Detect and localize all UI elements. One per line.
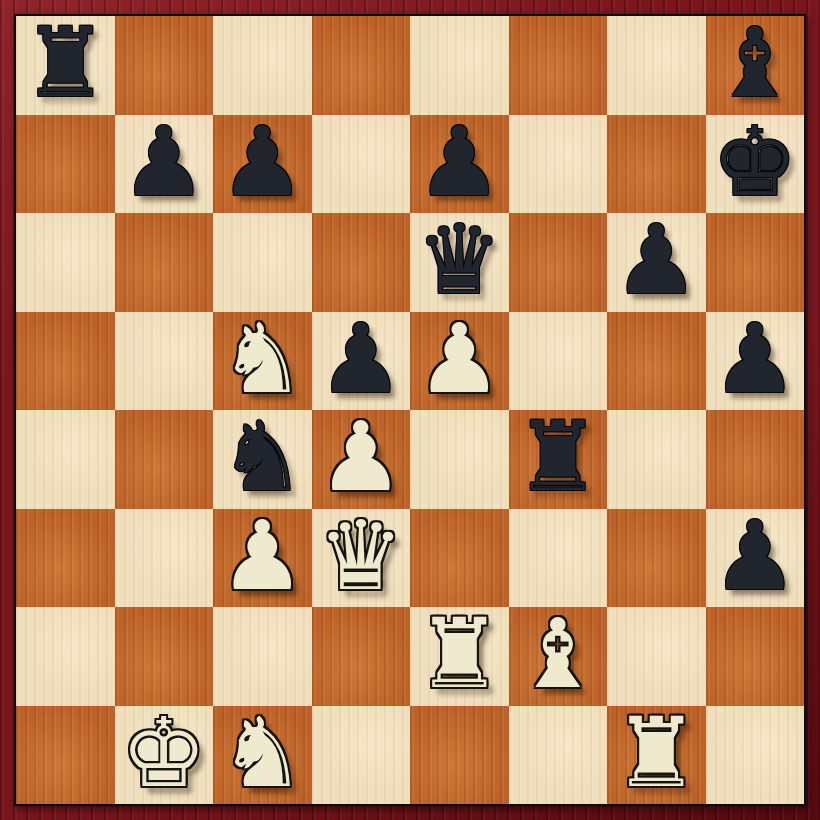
white-pawn[interactable]: ♟	[219, 508, 305, 604]
square-d4[interactable]: ♟	[312, 410, 411, 509]
square-d5[interactable]: ♟	[312, 312, 411, 411]
square-f5[interactable]	[509, 312, 608, 411]
white-queen[interactable]: ♛	[318, 508, 404, 604]
square-e1[interactable]	[410, 706, 509, 805]
square-g6[interactable]: ♟	[607, 213, 706, 312]
square-c5[interactable]: ♞	[213, 312, 312, 411]
square-f2[interactable]: ♝	[509, 607, 608, 706]
square-b6[interactable]	[115, 213, 214, 312]
black-pawn[interactable]: ♟	[613, 212, 699, 308]
white-bishop[interactable]: ♝	[515, 606, 601, 702]
square-d6[interactable]	[312, 213, 411, 312]
board-frame: ♜♝♟♟♟♚♛♟♞♟♟♟♞♟♜♟♛♟♜♝♚♞♜	[0, 0, 820, 820]
black-pawn[interactable]: ♟	[318, 311, 404, 407]
square-c1[interactable]: ♞	[213, 706, 312, 805]
square-e2[interactable]: ♜	[410, 607, 509, 706]
square-e3[interactable]	[410, 509, 509, 608]
square-d8[interactable]	[312, 16, 411, 115]
square-b1[interactable]: ♚	[115, 706, 214, 805]
square-a8[interactable]: ♜	[16, 16, 115, 115]
square-g8[interactable]	[607, 16, 706, 115]
square-h6[interactable]	[706, 213, 805, 312]
square-c6[interactable]	[213, 213, 312, 312]
black-king[interactable]: ♚	[712, 114, 798, 210]
square-b4[interactable]	[115, 410, 214, 509]
square-a7[interactable]	[16, 115, 115, 214]
white-knight[interactable]: ♞	[219, 311, 305, 407]
square-b3[interactable]	[115, 509, 214, 608]
square-f4[interactable]: ♜	[509, 410, 608, 509]
white-pawn[interactable]: ♟	[318, 409, 404, 505]
square-c2[interactable]	[213, 607, 312, 706]
square-h5[interactable]: ♟	[706, 312, 805, 411]
square-e8[interactable]	[410, 16, 509, 115]
square-h4[interactable]	[706, 410, 805, 509]
square-e4[interactable]	[410, 410, 509, 509]
square-d7[interactable]	[312, 115, 411, 214]
square-f1[interactable]	[509, 706, 608, 805]
square-d1[interactable]	[312, 706, 411, 805]
square-b2[interactable]	[115, 607, 214, 706]
white-rook[interactable]: ♜	[416, 606, 502, 702]
white-pawn[interactable]: ♟	[416, 311, 502, 407]
square-d3[interactable]: ♛	[312, 509, 411, 608]
square-c3[interactable]: ♟	[213, 509, 312, 608]
black-pawn[interactable]: ♟	[219, 114, 305, 210]
square-f7[interactable]	[509, 115, 608, 214]
square-g7[interactable]	[607, 115, 706, 214]
white-knight[interactable]: ♞	[219, 705, 305, 801]
square-a5[interactable]	[16, 312, 115, 411]
black-pawn[interactable]: ♟	[712, 311, 798, 407]
square-b5[interactable]	[115, 312, 214, 411]
square-a2[interactable]	[16, 607, 115, 706]
square-e6[interactable]: ♛	[410, 213, 509, 312]
square-f3[interactable]	[509, 509, 608, 608]
black-queen[interactable]: ♛	[416, 212, 502, 308]
black-pawn[interactable]: ♟	[121, 114, 207, 210]
black-knight[interactable]: ♞	[219, 409, 305, 505]
white-rook[interactable]: ♜	[613, 705, 699, 801]
square-a1[interactable]	[16, 706, 115, 805]
square-g4[interactable]	[607, 410, 706, 509]
square-c8[interactable]	[213, 16, 312, 115]
square-g3[interactable]	[607, 509, 706, 608]
square-g5[interactable]	[607, 312, 706, 411]
square-g2[interactable]	[607, 607, 706, 706]
black-pawn[interactable]: ♟	[712, 508, 798, 604]
square-h7[interactable]: ♚	[706, 115, 805, 214]
square-a6[interactable]	[16, 213, 115, 312]
black-rook[interactable]: ♜	[22, 15, 108, 111]
black-pawn[interactable]: ♟	[416, 114, 502, 210]
square-c7[interactable]: ♟	[213, 115, 312, 214]
square-f8[interactable]	[509, 16, 608, 115]
square-d2[interactable]	[312, 607, 411, 706]
square-a3[interactable]	[16, 509, 115, 608]
chess-board: ♜♝♟♟♟♚♛♟♞♟♟♟♞♟♜♟♛♟♜♝♚♞♜	[14, 14, 806, 806]
square-b7[interactable]: ♟	[115, 115, 214, 214]
square-c4[interactable]: ♞	[213, 410, 312, 509]
square-h8[interactable]: ♝	[706, 16, 805, 115]
square-f6[interactable]	[509, 213, 608, 312]
square-h2[interactable]	[706, 607, 805, 706]
square-h3[interactable]: ♟	[706, 509, 805, 608]
square-g1[interactable]: ♜	[607, 706, 706, 805]
black-rook[interactable]: ♜	[515, 409, 601, 505]
black-bishop[interactable]: ♝	[712, 15, 798, 111]
square-a4[interactable]	[16, 410, 115, 509]
square-e7[interactable]: ♟	[410, 115, 509, 214]
white-king[interactable]: ♚	[121, 705, 207, 801]
square-b8[interactable]	[115, 16, 214, 115]
square-h1[interactable]	[706, 706, 805, 805]
square-e5[interactable]: ♟	[410, 312, 509, 411]
